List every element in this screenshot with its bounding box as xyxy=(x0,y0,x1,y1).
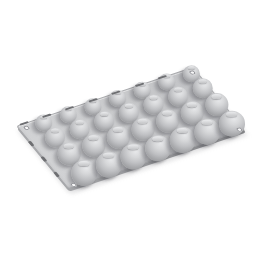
mold-cavity-dome xyxy=(96,152,122,178)
dome-nub xyxy=(88,135,97,140)
dome-nub xyxy=(152,136,162,142)
dome-nub xyxy=(198,79,206,83)
mold-cavity-dome xyxy=(121,144,147,170)
dome-nub xyxy=(75,120,83,124)
dome-nub xyxy=(187,66,194,70)
dome-nub xyxy=(174,87,182,91)
dome-nub xyxy=(177,128,187,134)
dome-nub xyxy=(149,95,157,99)
dome-nub xyxy=(51,128,59,132)
dome-nub xyxy=(113,127,122,132)
mold-cavity-dome xyxy=(194,119,220,145)
dome-nub xyxy=(100,112,108,116)
product-photo-canvas xyxy=(0,0,259,259)
dome-nub xyxy=(79,161,89,167)
dome-nub xyxy=(124,103,132,107)
dome-nub xyxy=(103,153,113,159)
dome-nub xyxy=(187,102,196,107)
dome-nub xyxy=(211,94,220,99)
dome-nub xyxy=(162,110,171,115)
dome-nub xyxy=(137,119,146,124)
mold-cavity-dome xyxy=(170,127,196,153)
mold-cavity-dome xyxy=(71,160,97,186)
dome-nub xyxy=(64,143,73,148)
mold-cavity-dome xyxy=(145,135,171,161)
dome-nub xyxy=(226,111,236,117)
dome-nub xyxy=(128,144,138,150)
dome-nub xyxy=(202,120,212,126)
mold-cavity-dome xyxy=(219,111,245,137)
